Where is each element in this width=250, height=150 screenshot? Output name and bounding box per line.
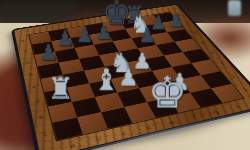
black-pawn[interactable]: ♟: [56, 29, 74, 49]
white-bishop[interactable]: ♝: [93, 64, 120, 94]
perspective-container: ♚♜♟♟♟♞♟♟♟♟♞♟♜♝♟♟♚ abcdefgh 12345678 1234…: [0, 0, 250, 150]
coordinate-label: 1: [42, 130, 48, 137]
coordinate-label: 6: [26, 60, 31, 65]
coordinate-label: a: [69, 141, 75, 148]
coordinate-label: e: [168, 118, 175, 124]
coordinate-label: 4: [31, 84, 36, 89]
coordinate-label: 8: [21, 39, 25, 43]
black-pawn[interactable]: ♟: [95, 23, 113, 43]
black-pawn[interactable]: ♟: [39, 43, 58, 64]
coordinate-label: h: [233, 103, 241, 109]
black-pawn[interactable]: ♟: [75, 26, 93, 46]
coordinate-label: 4: [209, 51, 216, 55]
coordinate-label: 5: [28, 72, 33, 77]
white-pawn[interactable]: ♟: [118, 67, 139, 90]
coordinate-label: 7: [23, 49, 28, 53]
coordinate-label: c: [120, 129, 127, 136]
white-rook[interactable]: ♜: [47, 74, 74, 104]
coordinate-label: g: [212, 108, 220, 114]
coordinate-label: d: [144, 123, 151, 130]
coordinate-label: 5: [200, 40, 206, 44]
coordinate-label: b: [95, 135, 102, 142]
coordinate-label: 2: [230, 74, 237, 79]
black-pawn[interactable]: ♟: [138, 26, 156, 46]
coordinate-label: f: [191, 113, 197, 119]
board-grid: ♚♜♟♟♟♞♟♟♟♟♞♟♜♝♟♟♚: [29, 12, 243, 140]
coordinate-label: 6: [192, 31, 198, 35]
coordinate-label: 1: [241, 86, 249, 91]
chess-board[interactable]: ♚♜♟♟♟♞♟♟♟♟♞♟♜♝♟♟♚ abcdefgh 12345678 1234…: [14, 5, 250, 150]
chess-3d-scene: ♚♜♟♟♟♞♟♟♟♟♞♟♜♝♟♟♚ abcdefgh 12345678 1234…: [0, 0, 250, 150]
square-e1[interactable]: ♚: [147, 98, 179, 118]
coordinate-label: 3: [219, 62, 226, 67]
black-pawn[interactable]: ♟: [167, 12, 184, 31]
white-king[interactable]: ♚: [147, 71, 186, 114]
coordinate-label: 2: [38, 113, 44, 119]
coordinate-label: 3: [35, 98, 40, 104]
coordinate-label: 7: [184, 22, 190, 25]
